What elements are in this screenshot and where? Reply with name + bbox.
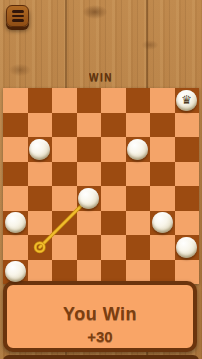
board-cell[interactable] [77, 162, 102, 187]
board-cell[interactable] [52, 211, 77, 236]
white-piece[interactable] [78, 188, 99, 209]
board-cell[interactable] [126, 88, 151, 113]
board-cell[interactable] [101, 162, 126, 187]
board-cell[interactable] [3, 211, 28, 236]
board-cell[interactable] [52, 186, 77, 211]
board-cell[interactable] [28, 235, 53, 260]
board-cell[interactable] [175, 186, 200, 211]
board-cell[interactable] [126, 137, 151, 162]
next-panel-edge[interactable] [3, 355, 199, 359]
board-cell[interactable] [77, 88, 102, 113]
board-cell[interactable] [101, 137, 126, 162]
board-cell[interactable] [126, 113, 151, 138]
result-reward: +30 [87, 328, 112, 345]
board-cell[interactable] [175, 162, 200, 187]
board-cell[interactable] [77, 186, 102, 211]
crown-icon: ♛ [181, 94, 192, 106]
board-cell[interactable] [175, 235, 200, 260]
board-cell[interactable] [3, 113, 28, 138]
white-piece[interactable] [176, 237, 197, 258]
board-cell[interactable] [3, 235, 28, 260]
board-cell[interactable] [150, 186, 175, 211]
game-screen: WIN ♛ You Win +30 [0, 0, 202, 359]
board-cell[interactable] [3, 88, 28, 113]
board-cell[interactable] [28, 211, 53, 236]
result-title: You Win [63, 304, 137, 325]
board-cell[interactable] [101, 113, 126, 138]
board-cell[interactable] [77, 235, 102, 260]
board-cell[interactable] [150, 162, 175, 187]
board-cell[interactable]: ♛ [175, 88, 200, 113]
hamburger-icon [12, 10, 24, 13]
board-cell[interactable] [101, 186, 126, 211]
board-cell[interactable] [28, 137, 53, 162]
board-cell[interactable] [150, 235, 175, 260]
menu-button[interactable] [6, 5, 29, 27]
board[interactable]: ♛ [3, 88, 199, 284]
board-cell[interactable] [28, 186, 53, 211]
board-cell[interactable] [52, 113, 77, 138]
board-cell[interactable] [3, 162, 28, 187]
board-cell[interactable] [150, 113, 175, 138]
board-cell[interactable] [126, 235, 151, 260]
board-cell[interactable] [28, 113, 53, 138]
board-cell[interactable] [175, 113, 200, 138]
board-cell[interactable] [3, 186, 28, 211]
board-cell[interactable] [175, 137, 200, 162]
board-cell[interactable] [150, 211, 175, 236]
board-cell[interactable] [126, 162, 151, 187]
board-cell[interactable] [52, 137, 77, 162]
board-cell[interactable] [150, 137, 175, 162]
result-panel: You Win +30 [3, 281, 197, 352]
board-cell[interactable] [52, 235, 77, 260]
white-piece[interactable] [5, 261, 26, 282]
white-piece[interactable] [5, 212, 26, 233]
white-piece[interactable] [29, 139, 50, 160]
board-cell[interactable] [77, 137, 102, 162]
white-king-piece[interactable]: ♛ [176, 90, 197, 111]
board-cell[interactable] [52, 88, 77, 113]
board-cell[interactable] [101, 88, 126, 113]
board-cell[interactable] [126, 186, 151, 211]
white-piece[interactable] [152, 212, 173, 233]
board-cell[interactable] [28, 88, 53, 113]
win-status-text: WIN [0, 72, 202, 83]
board-cell[interactable] [28, 162, 53, 187]
board-cell[interactable] [77, 211, 102, 236]
hamburger-icon [12, 19, 24, 22]
board-cell[interactable] [101, 211, 126, 236]
board-cell[interactable] [101, 235, 126, 260]
board-cell[interactable] [175, 211, 200, 236]
board-cell[interactable] [3, 137, 28, 162]
hamburger-icon [12, 15, 24, 18]
white-piece[interactable] [127, 139, 148, 160]
board-cell[interactable] [150, 88, 175, 113]
board-cell[interactable] [77, 113, 102, 138]
board-cell[interactable] [126, 211, 151, 236]
board-cell[interactable] [52, 162, 77, 187]
